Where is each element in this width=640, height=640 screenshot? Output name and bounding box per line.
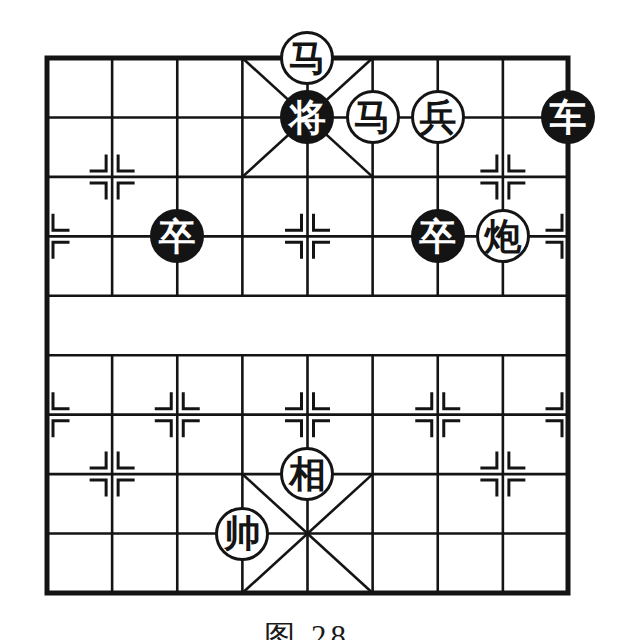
piece-black-chariot: 车 <box>541 90 595 144</box>
piece-red-cannon: 炮 <box>476 209 530 263</box>
scanned-page: 马将马兵车卒卒炮相帅 图 28 <box>0 0 640 640</box>
piece-red-general: 帅 <box>215 507 269 561</box>
piece-red-soldier: 兵 <box>411 90 465 144</box>
piece-black-general: 将 <box>280 90 334 144</box>
piece-red-horse: 马 <box>346 90 400 144</box>
piece-black-soldier: 卒 <box>411 209 465 263</box>
piece-red-horse: 马 <box>280 31 334 85</box>
xiangqi-board: 马将马兵车卒卒炮相帅 <box>14 28 600 622</box>
piece-red-elephant: 相 <box>280 447 334 501</box>
piece-black-soldier: 卒 <box>150 209 204 263</box>
